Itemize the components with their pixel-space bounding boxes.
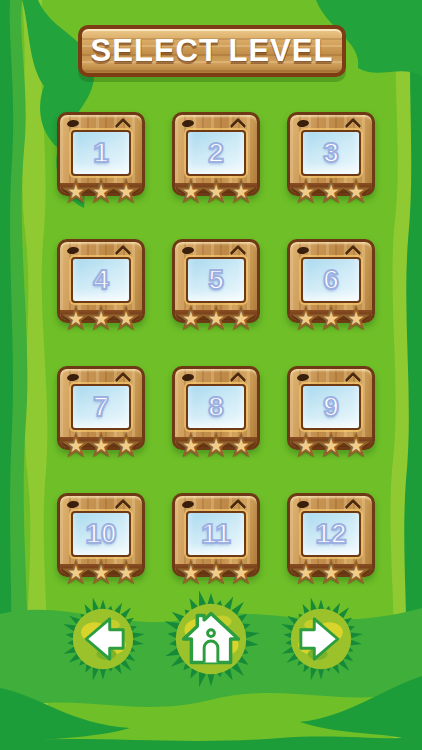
- level-button[interactable]: 12 ★★★: [287, 493, 375, 577]
- level-number: 2: [208, 139, 224, 167]
- level-screen: 10: [71, 511, 131, 557]
- star-icon: ★: [63, 559, 88, 587]
- level-button[interactable]: 4 ★★★: [57, 239, 145, 323]
- level-stars: ★★★: [175, 432, 257, 460]
- level-number: 6: [323, 266, 339, 294]
- star-icon: ★: [229, 432, 254, 460]
- level-number: 1: [93, 139, 109, 167]
- star-icon: ★: [229, 178, 254, 206]
- level-select-screen: SELECT LEVEL 1 ★★★ 2 ★★★ 3 ★★★: [0, 0, 422, 750]
- wood-knot-icon: [67, 373, 80, 382]
- next-level-page-button[interactable]: [279, 597, 363, 681]
- arrow-left-icon: [61, 597, 145, 681]
- level-screen: 2: [186, 130, 246, 176]
- star-icon: ★: [88, 432, 113, 460]
- star-icon: ★: [293, 559, 318, 587]
- level-number: 4: [93, 266, 109, 294]
- level-button[interactable]: 10 ★★★: [57, 493, 145, 577]
- title-banner: SELECT LEVEL: [78, 25, 346, 77]
- star-icon: ★: [229, 559, 254, 587]
- level-grid: 1 ★★★ 2 ★★★ 3 ★★★ 4 ★★: [57, 112, 375, 577]
- wood-knot-icon: [297, 119, 310, 128]
- star-icon: ★: [344, 305, 369, 333]
- star-icon: ★: [178, 305, 203, 333]
- level-screen: 9: [301, 384, 361, 430]
- star-icon: ★: [344, 559, 369, 587]
- star-icon: ★: [203, 305, 228, 333]
- level-number: 11: [201, 520, 231, 548]
- star-icon: ★: [63, 305, 88, 333]
- star-icon: ★: [318, 305, 343, 333]
- star-icon: ★: [293, 178, 318, 206]
- wood-knot-icon: [67, 119, 80, 128]
- star-icon: ★: [178, 432, 203, 460]
- star-icon: ★: [114, 178, 139, 206]
- star-icon: ★: [344, 178, 369, 206]
- wood-knot-icon: [297, 373, 310, 382]
- star-icon: ★: [63, 178, 88, 206]
- level-screen: 11: [186, 511, 246, 557]
- level-number: 10: [85, 520, 116, 548]
- level-button[interactable]: 8 ★★★: [172, 366, 260, 450]
- level-screen: 12: [301, 511, 361, 557]
- wood-knot-icon: [182, 119, 195, 128]
- level-button[interactable]: 6 ★★★: [287, 239, 375, 323]
- level-stars: ★★★: [60, 305, 142, 333]
- level-number: 3: [323, 139, 339, 167]
- level-screen: 7: [71, 384, 131, 430]
- star-icon: ★: [318, 559, 343, 587]
- level-button[interactable]: 7 ★★★: [57, 366, 145, 450]
- level-stars: ★★★: [290, 559, 372, 587]
- wood-knot-icon: [182, 246, 195, 255]
- level-number: 9: [323, 393, 339, 421]
- level-number: 12: [315, 520, 346, 548]
- level-button[interactable]: 3 ★★★: [287, 112, 375, 196]
- level-screen: 8: [186, 384, 246, 430]
- star-icon: ★: [318, 178, 343, 206]
- wood-knot-icon: [67, 246, 80, 255]
- level-stars: ★★★: [175, 178, 257, 206]
- home-button[interactable]: [162, 590, 260, 688]
- level-screen: 1: [71, 130, 131, 176]
- level-button[interactable]: 5 ★★★: [172, 239, 260, 323]
- star-icon: ★: [178, 178, 203, 206]
- level-button[interactable]: 9 ★★★: [287, 366, 375, 450]
- prev-level-page-button[interactable]: [61, 597, 145, 681]
- star-icon: ★: [318, 432, 343, 460]
- level-screen: 5: [186, 257, 246, 303]
- star-icon: ★: [203, 559, 228, 587]
- star-icon: ★: [344, 432, 369, 460]
- star-icon: ★: [88, 178, 113, 206]
- wood-knot-icon: [182, 373, 195, 382]
- level-number: 7: [93, 393, 109, 421]
- wood-knot-icon: [297, 500, 310, 509]
- level-number: 8: [208, 393, 224, 421]
- level-number: 5: [208, 266, 224, 294]
- star-icon: ★: [293, 305, 318, 333]
- star-icon: ★: [203, 178, 228, 206]
- star-icon: ★: [114, 305, 139, 333]
- level-stars: ★★★: [60, 178, 142, 206]
- level-stars: ★★★: [290, 305, 372, 333]
- star-icon: ★: [88, 305, 113, 333]
- star-icon: ★: [88, 559, 113, 587]
- wood-knot-icon: [67, 500, 80, 509]
- wood-knot-icon: [182, 500, 195, 509]
- level-stars: ★★★: [175, 305, 257, 333]
- star-icon: ★: [63, 432, 88, 460]
- level-button[interactable]: 2 ★★★: [172, 112, 260, 196]
- level-screen: 6: [301, 257, 361, 303]
- star-icon: ★: [293, 432, 318, 460]
- home-icon: [162, 590, 260, 688]
- star-icon: ★: [114, 559, 139, 587]
- level-screen: 4: [71, 257, 131, 303]
- star-icon: ★: [203, 432, 228, 460]
- level-stars: ★★★: [175, 559, 257, 587]
- level-stars: ★★★: [290, 178, 372, 206]
- star-icon: ★: [229, 305, 254, 333]
- star-icon: ★: [178, 559, 203, 587]
- level-stars: ★★★: [60, 432, 142, 460]
- level-stars: ★★★: [60, 559, 142, 587]
- level-button[interactable]: 1 ★★★: [57, 112, 145, 196]
- level-stars: ★★★: [290, 432, 372, 460]
- arrow-right-icon: [279, 597, 363, 681]
- level-button[interactable]: 11 ★★★: [172, 493, 260, 577]
- star-icon: ★: [114, 432, 139, 460]
- wood-knot-icon: [297, 246, 310, 255]
- page-title: SELECT LEVEL: [91, 33, 334, 69]
- level-screen: 3: [301, 130, 361, 176]
